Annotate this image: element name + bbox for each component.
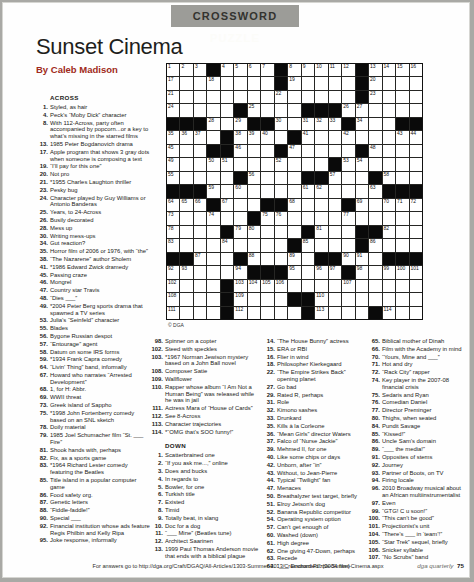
grid-cell[interactable]: [207, 131, 219, 143]
grid-cell[interactable]: 1: [167, 64, 179, 76]
grid-cell[interactable]: [275, 253, 287, 265]
grid-cell[interactable]: 84: [221, 239, 233, 251]
grid-cell[interactable]: 98: [356, 266, 368, 278]
clue-number: 94.: [368, 477, 382, 484]
grid-cell[interactable]: [342, 145, 354, 157]
grid-cell[interactable]: 35: [167, 131, 179, 143]
grid-cell[interactable]: [234, 77, 246, 89]
grid-cell[interactable]: [396, 158, 408, 170]
grid-cell[interactable]: 97: [329, 266, 341, 278]
grid-cell[interactable]: [261, 185, 273, 197]
grid-cell[interactable]: 89: [288, 253, 300, 265]
grid-cell[interactable]: 92: [167, 266, 179, 278]
grid-cell[interactable]: 36: [180, 131, 192, 143]
grid-cell[interactable]: [315, 158, 327, 170]
grid-cell[interactable]: 23: [369, 91, 381, 103]
grid-cell[interactable]: [329, 293, 341, 305]
grid-cell[interactable]: [180, 104, 192, 116]
grid-cell[interactable]: [248, 77, 260, 89]
grid-cell[interactable]: 41: [302, 131, 314, 143]
grid-cell[interactable]: 21: [167, 91, 179, 103]
grid-cell[interactable]: [207, 239, 219, 251]
grid-cell[interactable]: 85: [302, 239, 314, 251]
grid-cell[interactable]: [383, 91, 395, 103]
grid-cell[interactable]: 24: [167, 104, 179, 116]
grid-cell[interactable]: [396, 226, 408, 238]
grid-cell[interactable]: 80: [248, 226, 260, 238]
grid-cell[interactable]: [369, 253, 381, 265]
grid-cell[interactable]: [302, 199, 314, 211]
grid-cell[interactable]: [261, 226, 273, 238]
grid-cell[interactable]: [194, 293, 206, 305]
grid-cell[interactable]: [261, 158, 273, 170]
grid-cell[interactable]: 15: [396, 64, 408, 76]
grid-cell[interactable]: [410, 172, 422, 184]
grid-cell[interactable]: 69: [356, 199, 368, 211]
grid-cell[interactable]: [288, 104, 300, 116]
grid-cell[interactable]: [261, 239, 273, 251]
grid-cell[interactable]: [356, 307, 368, 319]
grid-cell[interactable]: [180, 212, 192, 224]
grid-cell[interactable]: 75: [261, 212, 273, 224]
grid-cell[interactable]: 71: [396, 199, 408, 211]
grid-cell[interactable]: [180, 239, 192, 251]
grid-cell[interactable]: [180, 77, 192, 89]
grid-cell[interactable]: [194, 91, 206, 103]
grid-cell[interactable]: [329, 239, 341, 251]
grid-cell[interactable]: [261, 253, 273, 265]
grid-cell[interactable]: 22: [275, 91, 287, 103]
grid-cell[interactable]: [342, 239, 354, 251]
grid-cell[interactable]: 53: [342, 158, 354, 170]
grid-cell[interactable]: [302, 280, 314, 292]
grid-cell[interactable]: [234, 158, 246, 170]
grid-cell[interactable]: [369, 266, 381, 278]
grid-cell[interactable]: 13: [369, 64, 381, 76]
grid-cell[interactable]: 74: [207, 212, 219, 224]
grid-cell[interactable]: 105: [261, 280, 273, 292]
grid-cell[interactable]: [315, 131, 327, 143]
grid-cell[interactable]: [356, 172, 368, 184]
grid-cell[interactable]: 63: [369, 185, 381, 197]
grid-cell[interactable]: [302, 158, 314, 170]
grid-cell[interactable]: [396, 104, 408, 116]
grid-cell[interactable]: 81: [315, 226, 327, 238]
grid-cell[interactable]: 103: [234, 280, 246, 292]
grid-cell[interactable]: 17: [167, 77, 179, 89]
grid-cell[interactable]: [383, 212, 395, 224]
grid-cell[interactable]: 99: [383, 266, 395, 278]
grid-cell[interactable]: [410, 212, 422, 224]
grid-cell[interactable]: 67: [221, 199, 233, 211]
grid-cell[interactable]: 107: [342, 280, 354, 292]
grid-cell[interactable]: [302, 91, 314, 103]
grid-cell[interactable]: 19: [288, 77, 300, 89]
grid-cell[interactable]: [180, 145, 192, 157]
grid-cell[interactable]: [410, 239, 422, 251]
grid-cell[interactable]: [248, 239, 260, 251]
grid-cell[interactable]: 3: [194, 64, 206, 76]
grid-cell[interactable]: [194, 172, 206, 184]
grid-cell[interactable]: [410, 307, 422, 319]
grid-cell[interactable]: [410, 280, 422, 292]
grid-cell[interactable]: [329, 77, 341, 89]
grid-cell[interactable]: [180, 91, 192, 103]
grid-cell[interactable]: [356, 185, 368, 197]
grid-cell[interactable]: [207, 253, 219, 265]
grid-cell[interactable]: 65: [180, 199, 192, 211]
grid-cell[interactable]: [396, 212, 408, 224]
grid-cell[interactable]: 8: [288, 64, 300, 76]
grid-cell[interactable]: 40: [261, 131, 273, 143]
grid-cell[interactable]: [342, 91, 354, 103]
grid-cell[interactable]: 60: [234, 185, 246, 197]
grid-cell[interactable]: 2: [180, 64, 192, 76]
grid-cell[interactable]: [410, 158, 422, 170]
grid-cell[interactable]: [248, 199, 260, 211]
grid-cell[interactable]: [180, 158, 192, 170]
grid-cell[interactable]: [194, 280, 206, 292]
grid-cell[interactable]: [383, 158, 395, 170]
grid-cell[interactable]: [180, 172, 192, 184]
grid-cell[interactable]: [180, 226, 192, 238]
grid-cell[interactable]: 49: [167, 158, 179, 170]
grid-cell[interactable]: 43: [396, 131, 408, 143]
grid-cell[interactable]: 44: [410, 131, 422, 143]
grid-cell[interactable]: [180, 293, 192, 305]
grid-cell[interactable]: [315, 77, 327, 89]
grid-cell[interactable]: [194, 77, 206, 89]
grid-cell[interactable]: [221, 104, 233, 116]
grid-cell[interactable]: [329, 307, 341, 319]
grid-cell[interactable]: 87: [194, 253, 206, 265]
grid-cell[interactable]: [315, 145, 327, 157]
grid-cell[interactable]: 38: [234, 131, 246, 143]
grid-cell[interactable]: [288, 185, 300, 197]
grid-cell[interactable]: [194, 307, 206, 319]
grid-cell[interactable]: 88: [248, 253, 260, 265]
grid-cell[interactable]: [288, 280, 300, 292]
grid-cell[interactable]: 39: [248, 131, 260, 143]
grid-cell[interactable]: [288, 118, 300, 130]
grid-cell[interactable]: [180, 280, 192, 292]
grid-cell[interactable]: 12: [342, 64, 354, 76]
grid-cell[interactable]: 4: [221, 64, 233, 76]
grid-cell[interactable]: 64: [167, 199, 179, 211]
grid-cell[interactable]: [383, 131, 395, 143]
grid-cell[interactable]: [342, 226, 354, 238]
grid-cell[interactable]: [248, 293, 260, 305]
grid-cell[interactable]: [410, 91, 422, 103]
grid-cell[interactable]: 86: [369, 239, 381, 251]
grid-cell[interactable]: [207, 307, 219, 319]
grid-cell[interactable]: [342, 185, 354, 197]
grid-cell[interactable]: [383, 104, 395, 116]
grid-cell[interactable]: [396, 77, 408, 89]
grid-cell[interactable]: 55: [167, 172, 179, 184]
grid-cell[interactable]: [302, 253, 314, 265]
grid-cell[interactable]: [342, 172, 354, 184]
grid-cell[interactable]: [275, 226, 287, 238]
grid-cell[interactable]: 91: [356, 253, 368, 265]
grid-cell[interactable]: 109: [234, 293, 246, 305]
grid-cell[interactable]: [315, 199, 327, 211]
grid-cell[interactable]: [396, 91, 408, 103]
grid-cell[interactable]: [221, 118, 233, 130]
grid-cell[interactable]: [369, 118, 381, 130]
grid-cell[interactable]: [288, 158, 300, 170]
grid-cell[interactable]: [329, 199, 341, 211]
grid-cell[interactable]: [369, 293, 381, 305]
grid-cell[interactable]: 26: [342, 104, 354, 116]
grid-cell[interactable]: 29: [234, 118, 246, 130]
grid-cell[interactable]: 95: [288, 266, 300, 278]
grid-cell[interactable]: [248, 158, 260, 170]
grid-cell[interactable]: 110: [315, 293, 327, 305]
answers-url[interactable]: For answers go to http://dga.org/Craft/D…: [53, 563, 423, 569]
grid-cell[interactable]: [396, 293, 408, 305]
grid-cell[interactable]: 28: [207, 118, 219, 130]
grid-cell[interactable]: [383, 118, 395, 130]
grid-cell[interactable]: 31: [302, 118, 314, 130]
grid-cell[interactable]: 90: [342, 253, 354, 265]
grid-cell[interactable]: 112: [234, 307, 246, 319]
grid-cell[interactable]: [383, 293, 395, 305]
grid-cell[interactable]: [234, 91, 246, 103]
grid-cell[interactable]: [194, 104, 206, 116]
grid-cell[interactable]: [234, 212, 246, 224]
grid-cell[interactable]: 100: [396, 266, 408, 278]
grid-cell[interactable]: [329, 185, 341, 197]
grid-cell[interactable]: 25: [248, 104, 260, 116]
grid-cell[interactable]: [234, 239, 246, 251]
grid-cell[interactable]: 102: [167, 280, 179, 292]
grid-cell[interactable]: [275, 185, 287, 197]
grid-cell[interactable]: 54: [356, 158, 368, 170]
grid-cell[interactable]: 76: [275, 212, 287, 224]
grid-cell[interactable]: [261, 172, 273, 184]
grid-cell[interactable]: 93: [180, 266, 192, 278]
grid-cell[interactable]: 51: [221, 158, 233, 170]
grid-cell[interactable]: [383, 280, 395, 292]
grid-cell[interactable]: 37: [194, 131, 206, 143]
grid-cell[interactable]: [275, 104, 287, 116]
grid-cell[interactable]: 32: [315, 118, 327, 130]
grid-cell[interactable]: 16: [410, 64, 422, 76]
grid-cell[interactable]: [261, 307, 273, 319]
grid-cell[interactable]: 47: [288, 145, 300, 157]
grid-cell[interactable]: [302, 77, 314, 89]
grid-cell[interactable]: [221, 185, 233, 197]
grid-cell[interactable]: [383, 239, 395, 251]
grid-cell[interactable]: 48: [369, 145, 381, 157]
grid-cell[interactable]: 62: [315, 185, 327, 197]
grid-cell[interactable]: 70: [383, 199, 395, 211]
grid-cell[interactable]: [396, 280, 408, 292]
grid-cell[interactable]: [221, 77, 233, 89]
grid-cell[interactable]: [221, 266, 233, 278]
grid-cell[interactable]: 45: [167, 145, 179, 157]
grid-cell[interactable]: [248, 185, 260, 197]
grid-cell[interactable]: [410, 145, 422, 157]
grid-cell[interactable]: [329, 226, 341, 238]
grid-cell[interactable]: 46: [234, 145, 246, 157]
grid-cell[interactable]: [221, 172, 233, 184]
grid-cell[interactable]: [410, 226, 422, 238]
grid-cell[interactable]: [315, 280, 327, 292]
grid-cell[interactable]: [288, 212, 300, 224]
grid-cell[interactable]: 9: [302, 64, 314, 76]
grid-cell[interactable]: [207, 266, 219, 278]
grid-cell[interactable]: 50: [207, 158, 219, 170]
grid-cell[interactable]: 14: [383, 64, 395, 76]
grid-cell[interactable]: [207, 104, 219, 116]
grid-cell[interactable]: [261, 77, 273, 89]
grid-cell[interactable]: [356, 293, 368, 305]
grid-cell[interactable]: 33: [329, 118, 341, 130]
grid-cell[interactable]: 101: [410, 266, 422, 278]
grid-cell[interactable]: [248, 145, 260, 157]
grid-cell[interactable]: 42: [342, 131, 354, 143]
grid-cell[interactable]: [315, 239, 327, 251]
grid-cell[interactable]: [410, 77, 422, 89]
grid-cell[interactable]: 61: [302, 185, 314, 197]
grid-cell[interactable]: [410, 293, 422, 305]
grid-cell[interactable]: [275, 172, 287, 184]
grid-cell[interactable]: [329, 145, 341, 157]
grid-cell[interactable]: [288, 172, 300, 184]
grid-cell[interactable]: [329, 91, 341, 103]
grid-cell[interactable]: [356, 131, 368, 143]
grid-cell[interactable]: [207, 280, 219, 292]
grid-cell[interactable]: [369, 158, 381, 170]
grid-cell[interactable]: 111: [167, 307, 179, 319]
grid-cell[interactable]: [342, 77, 354, 89]
grid-cell[interactable]: [302, 266, 314, 278]
grid-cell[interactable]: 10: [315, 64, 327, 76]
grid-cell[interactable]: [221, 91, 233, 103]
grid-cell[interactable]: [194, 226, 206, 238]
grid-cell[interactable]: 79: [234, 226, 246, 238]
grid-cell[interactable]: 66: [194, 199, 206, 211]
grid-cell[interactable]: 57: [329, 172, 341, 184]
grid-cell[interactable]: [329, 280, 341, 292]
grid-cell[interactable]: 96: [315, 266, 327, 278]
grid-cell[interactable]: 11: [329, 64, 341, 76]
grid-cell[interactable]: 104: [248, 280, 260, 292]
grid-cell[interactable]: [369, 212, 381, 224]
grid-cell[interactable]: [383, 77, 395, 89]
grid-cell[interactable]: [194, 158, 206, 170]
grid-cell[interactable]: [207, 226, 219, 238]
grid-cell[interactable]: [369, 280, 381, 292]
grid-cell[interactable]: [275, 239, 287, 251]
grid-cell[interactable]: [194, 212, 206, 224]
grid-cell[interactable]: [356, 280, 368, 292]
grid-cell[interactable]: [342, 307, 354, 319]
grid-cell[interactable]: [383, 145, 395, 157]
grid-cell[interactable]: [369, 104, 381, 116]
grid-cell[interactable]: 113: [315, 307, 327, 319]
grid-cell[interactable]: 18: [207, 77, 219, 89]
grid-cell[interactable]: 30: [275, 118, 287, 130]
grid-cell[interactable]: 73: [167, 212, 179, 224]
grid-cell[interactable]: 59: [207, 185, 219, 197]
grid-cell[interactable]: [221, 212, 233, 224]
grid-cell[interactable]: 83: [167, 239, 179, 251]
grid-cell[interactable]: [275, 131, 287, 143]
grid-cell[interactable]: [194, 266, 206, 278]
grid-cell[interactable]: 68: [288, 199, 300, 211]
grid-cell[interactable]: [369, 199, 381, 211]
grid-cell[interactable]: [275, 307, 287, 319]
grid-cell[interactable]: [329, 212, 341, 224]
grid-cell[interactable]: 7: [261, 64, 273, 76]
grid-cell[interactable]: [396, 307, 408, 319]
clue-text: Special ___: [50, 515, 150, 522]
grid-cell[interactable]: [315, 212, 327, 224]
grid-cell[interactable]: 56: [248, 172, 260, 184]
grid-cell[interactable]: [261, 91, 273, 103]
grid-cell[interactable]: [288, 91, 300, 103]
grid-cell[interactable]: 58: [383, 172, 395, 184]
grid-cell[interactable]: 27: [356, 104, 368, 116]
grid-cell[interactable]: 114: [383, 307, 395, 319]
grid-cell[interactable]: [248, 91, 260, 103]
grid-cell[interactable]: 106: [275, 280, 287, 292]
cell-number: 11: [330, 64, 335, 70]
grid-cell[interactable]: 52: [275, 158, 287, 170]
grid-cell[interactable]: [194, 145, 206, 157]
grid-cell[interactable]: [329, 131, 341, 143]
grid-cell[interactable]: 82: [383, 226, 395, 238]
grid-cell[interactable]: [207, 293, 219, 305]
grid-cell[interactable]: [356, 212, 368, 224]
grid-cell[interactable]: [410, 104, 422, 116]
grid-cell[interactable]: [302, 145, 314, 157]
grid-cell[interactable]: [288, 307, 300, 319]
grid-cell[interactable]: 72: [410, 199, 422, 211]
grid-cell[interactable]: 6: [248, 64, 260, 76]
grid-cell[interactable]: [207, 91, 219, 103]
grid-cell[interactable]: [261, 104, 273, 116]
grid-cell[interactable]: [261, 293, 273, 305]
grid-cell[interactable]: [369, 131, 381, 143]
grid-cell[interactable]: 20: [369, 77, 381, 89]
grid-cell[interactable]: [248, 307, 260, 319]
grid-cell[interactable]: [207, 172, 219, 184]
grid-cell[interactable]: 34: [356, 118, 368, 130]
grid-cell[interactable]: [275, 293, 287, 305]
grid-cell[interactable]: 77: [342, 212, 354, 224]
grid-cell[interactable]: 108: [167, 293, 179, 305]
grid-cell[interactable]: [342, 293, 354, 305]
grid-cell[interactable]: [261, 145, 273, 157]
grid-cell[interactable]: [234, 199, 246, 211]
grid-cell[interactable]: [288, 226, 300, 238]
grid-cell[interactable]: 94: [234, 266, 246, 278]
grid-cell[interactable]: [302, 212, 314, 224]
grid-cell[interactable]: [315, 91, 327, 103]
grid-cell[interactable]: [221, 253, 233, 265]
grid-cell[interactable]: [396, 239, 408, 251]
grid-cell[interactable]: 5: [234, 64, 246, 76]
grid-cell[interactable]: [194, 239, 206, 251]
grid-cell[interactable]: [396, 172, 408, 184]
grid-cell[interactable]: [180, 307, 192, 319]
grid-cell[interactable]: [396, 145, 408, 157]
grid-cell[interactable]: 78: [167, 226, 179, 238]
